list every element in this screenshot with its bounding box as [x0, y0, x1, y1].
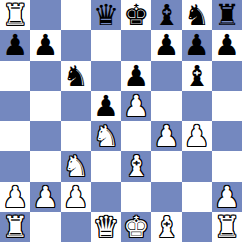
- square-a4[interactable]: [0, 121, 30, 151]
- square-a7[interactable]: ♟: [0, 30, 30, 60]
- square-h4[interactable]: [212, 121, 242, 151]
- square-d1[interactable]: ♛: [91, 212, 121, 242]
- square-f2[interactable]: [151, 182, 181, 212]
- square-g8[interactable]: ♞: [182, 0, 212, 30]
- black-pawn: ♟: [153, 30, 179, 60]
- square-f8[interactable]: ♝: [151, 0, 181, 30]
- white-pawn: ♟: [123, 91, 149, 121]
- white-pawn: ♟: [214, 182, 240, 212]
- square-e5[interactable]: ♟: [121, 91, 151, 121]
- square-h1[interactable]: ♜: [212, 212, 242, 242]
- square-a5[interactable]: [0, 91, 30, 121]
- white-pawn: ♟: [32, 182, 58, 212]
- white-knight: ♞: [63, 151, 89, 181]
- square-d5[interactable]: ♟: [91, 91, 121, 121]
- square-g4[interactable]: ♟: [182, 121, 212, 151]
- black-knight: ♞: [63, 61, 89, 91]
- white-pawn: ♟: [2, 182, 28, 212]
- square-b4[interactable]: [30, 121, 60, 151]
- square-d7[interactable]: [91, 30, 121, 60]
- square-f4[interactable]: ♟: [151, 121, 181, 151]
- square-b2[interactable]: ♟: [30, 182, 60, 212]
- square-e8[interactable]: ♚: [121, 0, 151, 30]
- square-b3[interactable]: [30, 151, 60, 181]
- square-c6[interactable]: ♞: [61, 61, 91, 91]
- square-e1[interactable]: ♚: [121, 212, 151, 242]
- square-c4[interactable]: [61, 121, 91, 151]
- square-e3[interactable]: ♝: [121, 151, 151, 181]
- white-pawn: ♟: [63, 182, 89, 212]
- square-a8[interactable]: ♜: [0, 0, 30, 30]
- square-c8[interactable]: [61, 0, 91, 30]
- square-f5[interactable]: [151, 91, 181, 121]
- square-b8[interactable]: [30, 0, 60, 30]
- white-rook: ♜: [2, 212, 28, 242]
- black-knight: ♞: [184, 0, 210, 30]
- chess-board: ♜♛♚♝♞♜♟♟♟♟♟♞♟♝♟♟♞♟♟♞♝♟♟♟♟♜♛♚♝♜: [0, 0, 242, 242]
- white-pawn: ♟: [153, 121, 179, 151]
- square-d8[interactable]: ♛: [91, 0, 121, 30]
- black-pawn: ♟: [93, 91, 119, 121]
- square-h8[interactable]: ♜: [212, 0, 242, 30]
- square-g5[interactable]: [182, 91, 212, 121]
- black-king: ♚: [123, 0, 149, 30]
- black-queen: ♛: [93, 0, 119, 30]
- black-bishop: ♝: [184, 61, 210, 91]
- square-d2[interactable]: [91, 182, 121, 212]
- square-b1[interactable]: [30, 212, 60, 242]
- square-e2[interactable]: [121, 182, 151, 212]
- square-f1[interactable]: ♝: [151, 212, 181, 242]
- square-g1[interactable]: [182, 212, 212, 242]
- white-bishop: ♝: [153, 212, 179, 242]
- square-g2[interactable]: [182, 182, 212, 212]
- chess-board-container: ♜♛♚♝♞♜♟♟♟♟♟♞♟♝♟♟♞♟♟♞♝♟♟♟♟♜♛♚♝♜: [0, 0, 242, 242]
- square-d6[interactable]: [91, 61, 121, 91]
- black-pawn: ♟: [123, 61, 149, 91]
- square-a1[interactable]: ♜: [0, 212, 30, 242]
- square-g7[interactable]: ♟: [182, 30, 212, 60]
- black-pawn: ♟: [214, 30, 240, 60]
- square-b5[interactable]: [30, 91, 60, 121]
- square-d3[interactable]: [91, 151, 121, 181]
- white-king: ♚: [123, 212, 149, 242]
- white-rook: ♜: [214, 212, 240, 242]
- square-g6[interactable]: ♝: [182, 61, 212, 91]
- square-g3[interactable]: [182, 151, 212, 181]
- square-c1[interactable]: [61, 212, 91, 242]
- square-e4[interactable]: [121, 121, 151, 151]
- white-rook: ♜: [2, 0, 28, 30]
- black-pawn: ♟: [184, 30, 210, 60]
- black-rook: ♜: [214, 0, 240, 30]
- square-h7[interactable]: ♟: [212, 30, 242, 60]
- square-b6[interactable]: [30, 61, 60, 91]
- square-c2[interactable]: ♟: [61, 182, 91, 212]
- white-pawn: ♟: [184, 121, 210, 151]
- square-h2[interactable]: ♟: [212, 182, 242, 212]
- white-knight: ♞: [93, 121, 119, 151]
- white-queen: ♛: [93, 212, 119, 242]
- black-bishop: ♝: [153, 0, 179, 30]
- square-e6[interactable]: ♟: [121, 61, 151, 91]
- square-e7[interactable]: [121, 30, 151, 60]
- square-c7[interactable]: [61, 30, 91, 60]
- black-pawn: ♟: [32, 30, 58, 60]
- square-c5[interactable]: [61, 91, 91, 121]
- square-a3[interactable]: [0, 151, 30, 181]
- black-pawn: ♟: [2, 30, 28, 60]
- square-a6[interactable]: [0, 61, 30, 91]
- square-a2[interactable]: ♟: [0, 182, 30, 212]
- square-h6[interactable]: [212, 61, 242, 91]
- square-f3[interactable]: [151, 151, 181, 181]
- square-b7[interactable]: ♟: [30, 30, 60, 60]
- square-h5[interactable]: [212, 91, 242, 121]
- square-f6[interactable]: [151, 61, 181, 91]
- square-f7[interactable]: ♟: [151, 30, 181, 60]
- square-d4[interactable]: ♞: [91, 121, 121, 151]
- square-c3[interactable]: ♞: [61, 151, 91, 181]
- white-bishop: ♝: [123, 151, 149, 181]
- square-h3[interactable]: [212, 151, 242, 181]
